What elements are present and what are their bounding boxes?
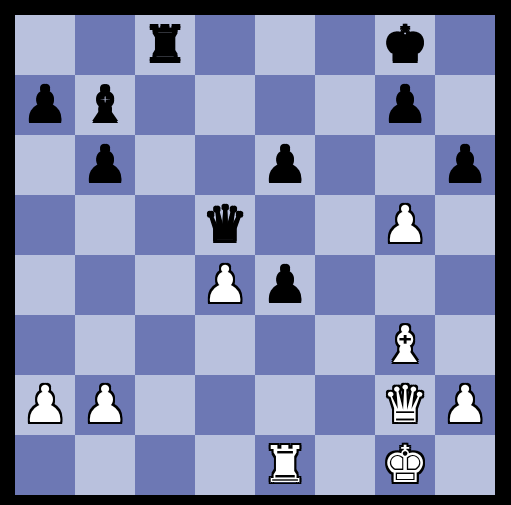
white-king-piece[interactable]: ♚ — [382, 435, 428, 495]
square-g6[interactable] — [375, 135, 435, 195]
black-pawn-piece[interactable]: ♟ — [382, 75, 428, 135]
square-c1[interactable] — [135, 435, 195, 495]
chess-board: ♜♚♟♝♟♟♟♟♛♟♟♟♝♟♟♛♟♜♚ — [15, 15, 495, 495]
square-f6[interactable] — [315, 135, 375, 195]
square-f2[interactable] — [315, 375, 375, 435]
black-pawn-piece[interactable]: ♟ — [262, 135, 308, 195]
black-bishop-piece[interactable]: ♝ — [82, 75, 128, 135]
square-h8[interactable] — [435, 15, 495, 75]
black-pawn-piece[interactable]: ♟ — [262, 255, 308, 315]
square-b1[interactable] — [75, 435, 135, 495]
black-pawn-piece[interactable]: ♟ — [442, 135, 488, 195]
square-g7[interactable]: ♟ — [375, 75, 435, 135]
square-e5[interactable] — [255, 195, 315, 255]
white-pawn-piece[interactable]: ♟ — [22, 375, 68, 435]
square-h5[interactable] — [435, 195, 495, 255]
white-pawn-piece[interactable]: ♟ — [442, 375, 488, 435]
square-h3[interactable] — [435, 315, 495, 375]
square-h7[interactable] — [435, 75, 495, 135]
square-c5[interactable] — [135, 195, 195, 255]
square-g8[interactable]: ♚ — [375, 15, 435, 75]
white-rook-piece[interactable]: ♜ — [262, 435, 308, 495]
square-b2[interactable]: ♟ — [75, 375, 135, 435]
square-c6[interactable] — [135, 135, 195, 195]
square-d6[interactable] — [195, 135, 255, 195]
square-f5[interactable] — [315, 195, 375, 255]
white-pawn-piece[interactable]: ♟ — [382, 195, 428, 255]
square-f3[interactable] — [315, 315, 375, 375]
black-pawn-piece[interactable]: ♟ — [82, 135, 128, 195]
square-g5[interactable]: ♟ — [375, 195, 435, 255]
square-f7[interactable] — [315, 75, 375, 135]
square-c8[interactable]: ♜ — [135, 15, 195, 75]
square-d4[interactable]: ♟ — [195, 255, 255, 315]
square-g3[interactable]: ♝ — [375, 315, 435, 375]
square-h4[interactable] — [435, 255, 495, 315]
square-e4[interactable]: ♟ — [255, 255, 315, 315]
square-b4[interactable] — [75, 255, 135, 315]
square-f4[interactable] — [315, 255, 375, 315]
square-e6[interactable]: ♟ — [255, 135, 315, 195]
square-a3[interactable] — [15, 315, 75, 375]
square-c7[interactable] — [135, 75, 195, 135]
square-b3[interactable] — [75, 315, 135, 375]
square-b6[interactable]: ♟ — [75, 135, 135, 195]
square-h2[interactable]: ♟ — [435, 375, 495, 435]
square-g4[interactable] — [375, 255, 435, 315]
square-g1[interactable]: ♚ — [375, 435, 435, 495]
square-a5[interactable] — [15, 195, 75, 255]
black-pawn-piece[interactable]: ♟ — [22, 75, 68, 135]
square-c3[interactable] — [135, 315, 195, 375]
square-e1[interactable]: ♜ — [255, 435, 315, 495]
white-pawn-piece[interactable]: ♟ — [82, 375, 128, 435]
square-d8[interactable] — [195, 15, 255, 75]
square-d2[interactable] — [195, 375, 255, 435]
square-e8[interactable] — [255, 15, 315, 75]
square-c4[interactable] — [135, 255, 195, 315]
white-bishop-piece[interactable]: ♝ — [382, 315, 428, 375]
black-queen-piece[interactable]: ♛ — [202, 195, 248, 255]
square-a8[interactable] — [15, 15, 75, 75]
square-f8[interactable] — [315, 15, 375, 75]
square-e3[interactable] — [255, 315, 315, 375]
square-a1[interactable] — [15, 435, 75, 495]
square-d7[interactable] — [195, 75, 255, 135]
square-h1[interactable] — [435, 435, 495, 495]
square-e7[interactable] — [255, 75, 315, 135]
square-a4[interactable] — [15, 255, 75, 315]
square-a6[interactable] — [15, 135, 75, 195]
black-king-piece[interactable]: ♚ — [382, 15, 428, 75]
square-d5[interactable]: ♛ — [195, 195, 255, 255]
white-pawn-piece[interactable]: ♟ — [202, 255, 248, 315]
square-a7[interactable]: ♟ — [15, 75, 75, 135]
square-a2[interactable]: ♟ — [15, 375, 75, 435]
square-c2[interactable] — [135, 375, 195, 435]
square-b8[interactable] — [75, 15, 135, 75]
square-b7[interactable]: ♝ — [75, 75, 135, 135]
white-queen-piece[interactable]: ♛ — [382, 375, 428, 435]
black-rook-piece[interactable]: ♜ — [142, 15, 188, 75]
chess-app-frame: ♜♚♟♝♟♟♟♟♛♟♟♟♝♟♟♛♟♜♚ — [0, 0, 511, 505]
square-g2[interactable]: ♛ — [375, 375, 435, 435]
square-h6[interactable]: ♟ — [435, 135, 495, 195]
square-f1[interactable] — [315, 435, 375, 495]
square-b5[interactable] — [75, 195, 135, 255]
square-e2[interactable] — [255, 375, 315, 435]
square-d1[interactable] — [195, 435, 255, 495]
square-d3[interactable] — [195, 315, 255, 375]
